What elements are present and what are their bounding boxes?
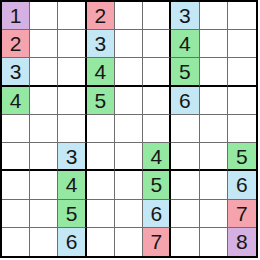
cell-r6c2-empty[interactable] xyxy=(30,143,58,171)
cell-r4c5-empty[interactable] xyxy=(115,87,143,115)
cell-r7c9-given[interactable]: 6 xyxy=(228,171,256,199)
cell-r7c7-empty[interactable] xyxy=(171,171,199,199)
cell-r7c3-given[interactable]: 4 xyxy=(58,171,86,199)
cell-r8c1-empty[interactable] xyxy=(2,200,30,228)
cell-r6c8-empty[interactable] xyxy=(200,143,228,171)
cell-r5c5-empty[interactable] xyxy=(115,115,143,143)
cell-r1c1-given[interactable]: 1 xyxy=(2,2,30,30)
cell-r9c9-given[interactable]: 8 xyxy=(228,228,256,256)
cell-r7c8-empty[interactable] xyxy=(200,171,228,199)
cell-r3c6-empty[interactable] xyxy=(143,58,171,86)
cell-r6c1-empty[interactable] xyxy=(2,143,30,171)
cell-r8c4-empty[interactable] xyxy=(87,200,115,228)
cell-r3c4-given[interactable]: 4 xyxy=(87,58,115,86)
cell-r4c4-given[interactable]: 5 xyxy=(87,87,115,115)
cell-r1c7-given[interactable]: 3 xyxy=(171,2,199,30)
cell-r6c3-given[interactable]: 3 xyxy=(58,143,86,171)
cell-r2c2-empty[interactable] xyxy=(30,30,58,58)
cell-r3c2-empty[interactable] xyxy=(30,58,58,86)
cell-r8c3-given[interactable]: 5 xyxy=(58,200,86,228)
cell-r7c2-empty[interactable] xyxy=(30,171,58,199)
cell-r3c5-empty[interactable] xyxy=(115,58,143,86)
cell-r7c1-empty[interactable] xyxy=(2,171,30,199)
cell-r1c6-empty[interactable] xyxy=(143,2,171,30)
cell-r2c8-empty[interactable] xyxy=(200,30,228,58)
cell-r1c3-empty[interactable] xyxy=(58,2,86,30)
cell-r2c5-empty[interactable] xyxy=(115,30,143,58)
cell-r4c8-empty[interactable] xyxy=(200,87,228,115)
cell-r3c7-given[interactable]: 5 xyxy=(171,58,199,86)
cell-r4c1-given[interactable]: 4 xyxy=(2,87,30,115)
cell-r4c6-empty[interactable] xyxy=(143,87,171,115)
cell-r2c7-given[interactable]: 4 xyxy=(171,30,199,58)
cell-r9c3-given[interactable]: 6 xyxy=(58,228,86,256)
cell-r8c7-empty[interactable] xyxy=(171,200,199,228)
cell-r8c9-given[interactable]: 7 xyxy=(228,200,256,228)
cell-r3c3-empty[interactable] xyxy=(58,58,86,86)
cell-r6c9-given[interactable]: 5 xyxy=(228,143,256,171)
cell-r3c9-empty[interactable] xyxy=(228,58,256,86)
cell-r1c2-empty[interactable] xyxy=(30,2,58,30)
cell-r6c4-empty[interactable] xyxy=(87,143,115,171)
cell-r4c9-empty[interactable] xyxy=(228,87,256,115)
cell-r6c6-given[interactable]: 4 xyxy=(143,143,171,171)
cell-r5c9-empty[interactable] xyxy=(228,115,256,143)
cell-r2c6-empty[interactable] xyxy=(143,30,171,58)
cell-r9c8-empty[interactable] xyxy=(200,228,228,256)
cell-r4c3-empty[interactable] xyxy=(58,87,86,115)
cell-r3c1-given[interactable]: 3 xyxy=(2,58,30,86)
cell-r4c7-given[interactable]: 6 xyxy=(171,87,199,115)
cell-r9c7-empty[interactable] xyxy=(171,228,199,256)
cell-r6c7-empty[interactable] xyxy=(171,143,199,171)
cell-r5c3-empty[interactable] xyxy=(58,115,86,143)
cell-r1c8-empty[interactable] xyxy=(200,2,228,30)
cell-r2c3-empty[interactable] xyxy=(58,30,86,58)
cell-r6c5-empty[interactable] xyxy=(115,143,143,171)
cell-r5c4-empty[interactable] xyxy=(87,115,115,143)
cell-r2c9-empty[interactable] xyxy=(228,30,256,58)
cell-r9c2-empty[interactable] xyxy=(30,228,58,256)
cell-r8c8-empty[interactable] xyxy=(200,200,228,228)
sudoku-page: 123234345456345456567678 xyxy=(0,0,260,260)
cell-r8c6-given[interactable]: 6 xyxy=(143,200,171,228)
cell-r7c5-empty[interactable] xyxy=(115,171,143,199)
cell-r1c5-empty[interactable] xyxy=(115,2,143,30)
cell-r1c4-given[interactable]: 2 xyxy=(87,2,115,30)
cell-r7c6-given[interactable]: 5 xyxy=(143,171,171,199)
cell-r5c6-empty[interactable] xyxy=(143,115,171,143)
cell-r2c1-given[interactable]: 2 xyxy=(2,30,30,58)
cell-r5c1-empty[interactable] xyxy=(2,115,30,143)
cell-r5c8-empty[interactable] xyxy=(200,115,228,143)
cell-r2c4-given[interactable]: 3 xyxy=(87,30,115,58)
cell-r8c5-empty[interactable] xyxy=(115,200,143,228)
cell-r4c2-empty[interactable] xyxy=(30,87,58,115)
cell-r3c8-empty[interactable] xyxy=(200,58,228,86)
cell-r5c2-empty[interactable] xyxy=(30,115,58,143)
cell-r9c6-given[interactable]: 7 xyxy=(143,228,171,256)
cell-r8c2-empty[interactable] xyxy=(30,200,58,228)
sudoku-board: 123234345456345456567678 xyxy=(0,0,258,258)
cell-r7c4-empty[interactable] xyxy=(87,171,115,199)
cell-r1c9-empty[interactable] xyxy=(228,2,256,30)
cell-r9c5-empty[interactable] xyxy=(115,228,143,256)
cell-r5c7-empty[interactable] xyxy=(171,115,199,143)
cell-r9c4-empty[interactable] xyxy=(87,228,115,256)
cell-r9c1-empty[interactable] xyxy=(2,228,30,256)
